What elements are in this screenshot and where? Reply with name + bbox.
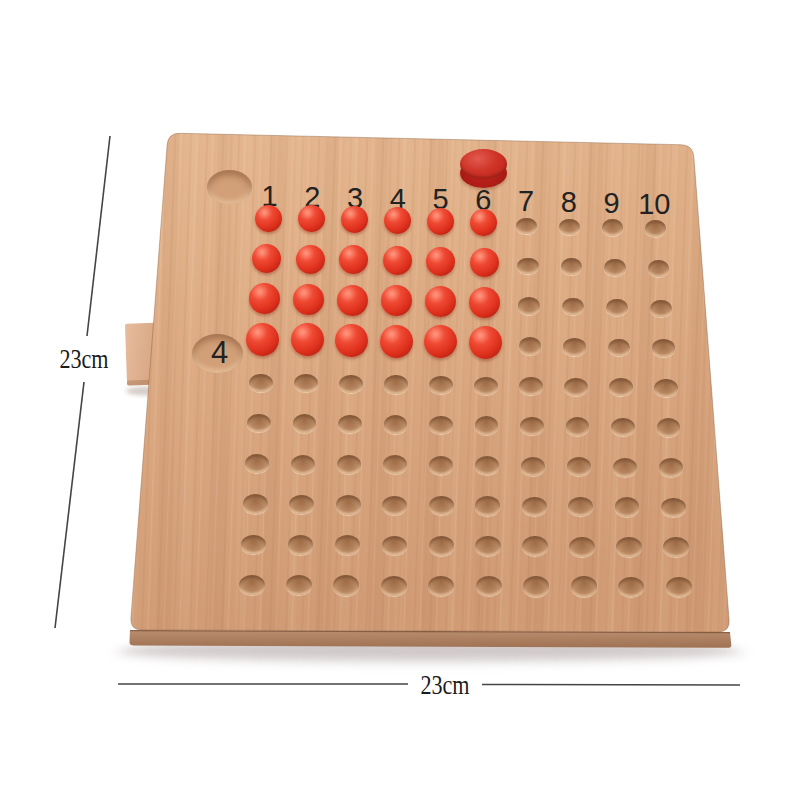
multiplicand-card-window: 4 <box>192 334 243 373</box>
hole <box>568 497 593 516</box>
hole <box>381 576 407 596</box>
multiplier-disc <box>460 149 507 179</box>
hole <box>561 258 583 275</box>
hole <box>666 577 692 597</box>
hole <box>611 418 635 437</box>
hole <box>286 575 312 595</box>
hole <box>241 535 266 555</box>
hole <box>567 457 591 476</box>
board-grid-layer: 4 12345678910 <box>0 0 800 800</box>
hole <box>475 456 499 475</box>
red-bead <box>470 248 499 277</box>
hole <box>661 498 686 517</box>
hole <box>657 418 681 437</box>
hole <box>428 576 454 596</box>
hole <box>288 535 313 555</box>
hole <box>569 537 594 557</box>
hole <box>429 456 453 475</box>
hole <box>613 458 637 477</box>
hole <box>293 414 317 433</box>
red-bead <box>425 286 456 317</box>
hole <box>384 375 407 393</box>
red-bead <box>383 246 412 275</box>
red-bead <box>296 245 325 274</box>
hole <box>571 576 597 596</box>
hole <box>517 258 539 275</box>
column-label-7: 7 <box>518 187 534 216</box>
multiplicand-card-value: 4 <box>211 337 228 368</box>
bead-storage-recess <box>207 170 252 204</box>
red-bead <box>246 323 279 356</box>
red-bead <box>426 247 455 276</box>
left-dimension-label: 23cm <box>59 346 108 373</box>
hole <box>659 458 683 477</box>
hole <box>249 374 272 392</box>
hole <box>566 417 590 436</box>
red-bead <box>380 325 413 358</box>
hole <box>663 537 688 557</box>
hole <box>562 298 584 315</box>
hole <box>602 219 623 235</box>
hole <box>383 455 407 474</box>
hole <box>523 576 549 596</box>
hole <box>475 536 500 556</box>
hole <box>609 378 632 396</box>
hole <box>384 415 408 434</box>
red-bead <box>298 205 325 232</box>
column-label-8: 8 <box>561 188 577 217</box>
hole <box>247 414 271 433</box>
hole <box>645 220 666 236</box>
hole <box>333 575 359 595</box>
product-photo: 4 12345678910 23cm 23cm <box>0 0 800 800</box>
red-bead <box>381 285 412 316</box>
hole <box>616 537 641 557</box>
hole <box>608 339 631 357</box>
red-bead <box>252 244 281 273</box>
hole <box>243 494 268 513</box>
hole <box>429 536 454 556</box>
hole <box>648 260 670 277</box>
red-bead <box>291 323 324 356</box>
red-bead <box>384 207 411 234</box>
hole <box>335 535 360 555</box>
hole <box>475 416 499 435</box>
hole <box>519 337 542 355</box>
hole <box>615 497 640 516</box>
hole <box>245 454 269 473</box>
hole <box>475 496 500 515</box>
hole <box>520 417 544 436</box>
hole <box>522 536 547 556</box>
hole <box>564 378 587 396</box>
hole <box>429 416 453 435</box>
hole <box>559 219 580 235</box>
red-bead <box>255 205 282 232</box>
hole <box>474 377 497 395</box>
red-bead <box>427 208 454 235</box>
hole <box>338 415 362 434</box>
column-label-9: 9 <box>604 189 620 218</box>
hole <box>337 455 361 474</box>
red-bead <box>337 285 368 316</box>
red-bead <box>339 245 368 274</box>
hole <box>618 577 644 597</box>
hole <box>476 576 502 596</box>
hole <box>336 495 361 514</box>
hole <box>429 376 452 394</box>
hole <box>239 575 265 595</box>
red-bead <box>341 206 368 233</box>
hole <box>291 455 315 474</box>
bottom-dimension-label: 23cm <box>420 672 469 699</box>
hole <box>652 339 675 357</box>
red-bead <box>469 287 500 318</box>
hole <box>521 457 545 476</box>
red-bead <box>249 283 280 314</box>
hole <box>382 536 407 556</box>
hole <box>606 299 628 316</box>
hole <box>339 375 362 393</box>
hole <box>563 338 586 356</box>
column-label-10: 10 <box>638 190 670 219</box>
hole <box>382 496 407 515</box>
hole <box>654 379 677 397</box>
red-bead <box>293 284 324 315</box>
hole <box>294 374 317 392</box>
red-bead <box>424 325 457 358</box>
red-bead <box>335 324 368 357</box>
red-bead <box>469 326 502 359</box>
hole <box>650 300 672 317</box>
hole <box>429 496 454 515</box>
hole <box>518 297 540 314</box>
hole <box>289 495 314 514</box>
red-bead <box>470 209 497 236</box>
hole <box>516 218 537 234</box>
hole <box>604 259 626 276</box>
hole <box>522 497 547 516</box>
hole <box>519 377 542 395</box>
